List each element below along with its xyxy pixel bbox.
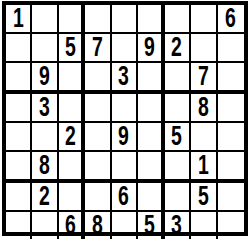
cell-r7c6[interactable] <box>138 183 164 212</box>
cell-digit: 7 <box>198 63 209 90</box>
cell-r5c9[interactable] <box>218 123 244 152</box>
cell-r2c3: 5 <box>59 34 85 63</box>
cell-r8c3: 6 <box>59 212 85 239</box>
cell-r7c4[interactable] <box>85 183 111 212</box>
sudoku-page: 1657929373829581265685397 <box>0 0 250 239</box>
cell-r5c4[interactable] <box>85 123 111 152</box>
cell-r8c1[interactable] <box>6 212 32 239</box>
cell-r1c2[interactable] <box>32 5 58 34</box>
cell-r4c8: 8 <box>191 94 217 123</box>
sudoku-board: 1657929373829581265685397 <box>2 1 248 236</box>
cell-r1c7[interactable] <box>165 5 191 34</box>
cell-digit: 3 <box>119 63 130 90</box>
cell-digit: 2 <box>171 34 182 61</box>
cell-r5c7: 5 <box>165 123 191 152</box>
cell-r2c9[interactable] <box>218 34 244 63</box>
cell-r6c7[interactable] <box>165 152 191 183</box>
cell-r4c3[interactable] <box>59 94 85 123</box>
cell-r1c3[interactable] <box>59 5 85 34</box>
cell-r4c5[interactable] <box>112 94 138 123</box>
cell-r4c6[interactable] <box>138 94 164 123</box>
cell-digit: 1 <box>198 152 209 179</box>
cell-r8c6: 5 <box>138 212 164 239</box>
cell-digit: 9 <box>39 63 50 90</box>
cell-r7c3[interactable] <box>59 183 85 212</box>
cell-digit: 5 <box>198 183 209 210</box>
cell-digit: 1 <box>13 5 24 32</box>
cell-digit: 3 <box>171 212 182 239</box>
cell-r2c1[interactable] <box>6 34 32 63</box>
cell-r7c1[interactable] <box>6 183 32 212</box>
cell-digit: 2 <box>39 183 50 210</box>
cell-r3c7[interactable] <box>165 63 191 94</box>
cell-digit: 5 <box>144 212 155 239</box>
cell-r5c6[interactable] <box>138 123 164 152</box>
cell-r7c8: 5 <box>191 183 217 212</box>
cell-r1c5[interactable] <box>112 5 138 34</box>
cell-digit: 6 <box>119 183 130 210</box>
cell-digit: 9 <box>119 123 130 150</box>
cell-r8c2[interactable] <box>32 212 58 239</box>
cell-digit: 8 <box>198 94 209 121</box>
cell-r8c8[interactable] <box>191 212 217 239</box>
cell-r1c1: 1 <box>6 5 32 34</box>
cell-r2c2[interactable] <box>32 34 58 63</box>
cell-r7c7[interactable] <box>165 183 191 212</box>
cell-r1c8[interactable] <box>191 5 217 34</box>
cell-r6c1[interactable] <box>6 152 32 183</box>
cell-r1c9: 6 <box>218 5 244 34</box>
cell-digit: 5 <box>65 34 76 61</box>
cell-r4c4[interactable] <box>85 94 111 123</box>
cell-r8c7: 3 <box>165 212 191 239</box>
cell-r3c9[interactable] <box>218 63 244 94</box>
cell-r1c6[interactable] <box>138 5 164 34</box>
cell-r3c4[interactable] <box>85 63 111 94</box>
cell-r6c4[interactable] <box>85 152 111 183</box>
cell-digit: 7 <box>92 34 103 61</box>
cell-r3c3[interactable] <box>59 63 85 94</box>
cell-digit: 5 <box>171 123 182 150</box>
cell-r2c5[interactable] <box>112 34 138 63</box>
cell-r6c3[interactable] <box>59 152 85 183</box>
cell-r7c5: 6 <box>112 183 138 212</box>
cell-digit: 2 <box>65 123 76 150</box>
cell-r2c6: 9 <box>138 34 164 63</box>
cell-r1c4[interactable] <box>85 5 111 34</box>
cell-r5c1[interactable] <box>6 123 32 152</box>
cell-r4c9[interactable] <box>218 94 244 123</box>
cell-r6c8: 1 <box>191 152 217 183</box>
cell-r5c5: 9 <box>112 123 138 152</box>
cell-r4c1[interactable] <box>6 94 32 123</box>
cell-r3c1[interactable] <box>6 63 32 94</box>
cell-r6c9[interactable] <box>218 152 244 183</box>
cell-r8c4: 8 <box>85 212 111 239</box>
cell-r6c6[interactable] <box>138 152 164 183</box>
cell-r2c4: 7 <box>85 34 111 63</box>
cell-digit: 9 <box>144 34 155 61</box>
cell-r7c2: 2 <box>32 183 58 212</box>
cell-r3c5: 3 <box>112 63 138 94</box>
cell-r8c5[interactable] <box>112 212 138 239</box>
cell-r7c9[interactable] <box>218 183 244 212</box>
cell-r8c9[interactable] <box>218 212 244 239</box>
cell-r2c7: 2 <box>165 34 191 63</box>
cell-digit: 3 <box>39 94 50 121</box>
cell-digit: 6 <box>225 5 236 32</box>
cell-r5c3: 2 <box>59 123 85 152</box>
cell-r5c8[interactable] <box>191 123 217 152</box>
cell-r3c2: 9 <box>32 63 58 94</box>
cell-r4c2: 3 <box>32 94 58 123</box>
cell-r5c2[interactable] <box>32 123 58 152</box>
cell-r6c2: 8 <box>32 152 58 183</box>
cell-digit: 8 <box>92 212 103 239</box>
cell-r3c6[interactable] <box>138 63 164 94</box>
cell-r4c7[interactable] <box>165 94 191 123</box>
cell-digit: 6 <box>65 212 76 239</box>
cell-digit: 8 <box>39 152 50 179</box>
cell-r3c8: 7 <box>191 63 217 94</box>
cell-r6c5[interactable] <box>112 152 138 183</box>
cell-r2c8[interactable] <box>191 34 217 63</box>
